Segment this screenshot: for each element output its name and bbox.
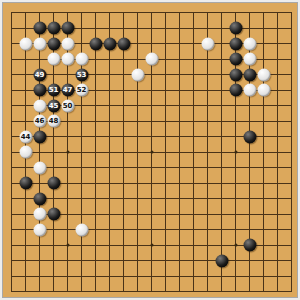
move-number-label: 45 — [49, 102, 59, 109]
board-border-line — [291, 12, 292, 292]
stone-black — [33, 22, 46, 35]
grid-line-v — [137, 12, 138, 292]
stone-black — [229, 37, 242, 50]
move-number-label: 47 — [63, 87, 73, 94]
stone-black — [229, 84, 242, 97]
board-border-line — [11, 12, 12, 292]
stone-white — [61, 37, 74, 50]
stone-white — [75, 53, 88, 66]
stone-white — [47, 53, 60, 66]
move-number-label: 50 — [63, 102, 73, 109]
grid-line-v — [193, 12, 194, 292]
grid-line-v — [221, 12, 222, 292]
stone-black — [47, 177, 60, 190]
move-number-label: 46 — [35, 118, 45, 125]
stone-black — [19, 177, 32, 190]
star-point — [234, 244, 237, 247]
stone-black — [215, 254, 228, 267]
stone-black — [33, 130, 46, 143]
stone-white — [257, 84, 270, 97]
stone-white — [33, 223, 46, 236]
stone-black — [61, 22, 74, 35]
stone-white — [201, 37, 214, 50]
stone-white — [61, 53, 74, 66]
stone-black — [229, 53, 242, 66]
stone-white — [19, 37, 32, 50]
stone-black: 47 — [61, 84, 74, 97]
grid-line-v — [123, 12, 124, 292]
move-number-label: 44 — [21, 133, 31, 140]
grid-line-v — [165, 12, 166, 292]
stone-black — [89, 37, 102, 50]
stone-white — [19, 146, 32, 159]
move-number-label: 51 — [49, 87, 59, 94]
go-app-window: 49535147524550464844 — [0, 0, 300, 300]
stone-white — [33, 208, 46, 221]
stone-white — [257, 68, 270, 81]
stone-black — [47, 22, 60, 35]
stone-black — [117, 37, 130, 50]
stone-black: 45 — [47, 99, 60, 112]
star-point — [66, 244, 69, 247]
stone-white — [75, 223, 88, 236]
stone-black — [243, 130, 256, 143]
move-number-label: 53 — [77, 71, 87, 78]
star-point — [234, 151, 237, 154]
stone-white: 44 — [19, 130, 32, 143]
stone-white — [145, 53, 158, 66]
stone-black — [47, 37, 60, 50]
stone-white — [243, 53, 256, 66]
stone-white: 52 — [75, 84, 88, 97]
grid-line-v — [95, 12, 96, 292]
stone-black: 51 — [47, 84, 60, 97]
grid-line-v — [109, 12, 110, 292]
go-board[interactable]: 49535147524550464844 — [3, 3, 297, 297]
star-point — [150, 244, 153, 247]
grid-line-v — [39, 12, 40, 292]
stone-white — [131, 68, 144, 81]
grid-line-v — [179, 12, 180, 292]
stone-black: 53 — [75, 68, 88, 81]
stone-black: 49 — [33, 68, 46, 81]
grid-line-v — [207, 12, 208, 292]
move-number-label: 52 — [77, 87, 87, 94]
move-number-label: 48 — [49, 118, 59, 125]
stone-white: 48 — [47, 115, 60, 128]
stone-black — [243, 239, 256, 252]
star-point — [66, 151, 69, 154]
move-number-label: 49 — [35, 71, 45, 78]
stone-white — [33, 37, 46, 50]
stone-white — [243, 84, 256, 97]
stone-black — [33, 84, 46, 97]
grid-line-v — [277, 12, 278, 292]
stone-black — [229, 22, 242, 35]
star-point — [150, 151, 153, 154]
stone-black — [33, 192, 46, 205]
stone-white: 46 — [33, 115, 46, 128]
stone-white — [243, 37, 256, 50]
stone-black — [103, 37, 116, 50]
stone-black — [243, 68, 256, 81]
stone-white — [33, 99, 46, 112]
stone-black — [47, 208, 60, 221]
stone-white: 50 — [61, 99, 74, 112]
stone-black — [229, 68, 242, 81]
stone-white — [33, 161, 46, 174]
grid-line-v — [263, 12, 264, 292]
